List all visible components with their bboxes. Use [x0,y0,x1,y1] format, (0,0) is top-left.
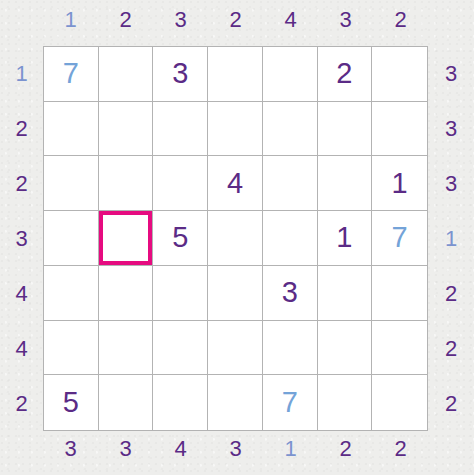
clue-top-col7: 2 [373,0,428,46]
skyscrapers-board: 73241517357 [43,46,428,431]
cell-r4c2[interactable] [99,211,154,266]
cell-r6c1[interactable] [44,321,99,376]
clue-right-row5: 2 [428,266,474,321]
cell-r4c4[interactable] [208,211,263,266]
clue-top-col1: 1 [43,0,98,46]
cell-r2c7[interactable] [372,102,427,157]
player-number: 7 [63,59,79,88]
cell-r4c1[interactable] [44,211,99,266]
clue-top-col5: 4 [263,0,318,46]
cell-r2c6[interactable] [318,102,373,157]
cell-r1c7[interactable] [372,47,427,102]
clue-top-col3: 3 [153,0,208,46]
skyscrapers-puzzle-app: 1232432 3343122 1223442 3331222 73241517… [0,0,474,475]
cell-r2c1[interactable] [44,102,99,157]
cell-r7c6[interactable] [318,375,373,430]
clue-bottom-col7: 2 [373,427,428,471]
cell-r2c3[interactable] [153,102,208,157]
cell-r1c2[interactable] [99,47,154,102]
cell-r6c6[interactable] [318,321,373,376]
player-number: 7 [282,388,298,417]
cell-r5c1[interactable] [44,266,99,321]
clue-right-row7: 2 [428,376,474,431]
cell-r1c4[interactable] [208,47,263,102]
clue-right-row3: 3 [428,156,474,211]
given-number: 2 [336,59,352,88]
cell-r3c3[interactable] [153,156,208,211]
cell-r3c5[interactable] [263,156,318,211]
clue-top-col4: 2 [208,0,263,46]
clue-right-row6: 2 [428,321,474,376]
cell-r1c5[interactable] [263,47,318,102]
clue-left-row1: 1 [0,46,43,101]
cell-r1c6[interactable]: 2 [318,47,373,102]
cell-r5c6[interactable] [318,266,373,321]
clue-bottom-col4: 3 [208,427,263,471]
cell-r5c4[interactable] [208,266,263,321]
bottom-clues: 3343122 [43,431,428,475]
player-number: 7 [392,223,408,252]
cell-r5c3[interactable] [153,266,208,321]
cell-r6c3[interactable] [153,321,208,376]
clue-bottom-col6: 2 [318,427,373,471]
cell-r3c7[interactable]: 1 [372,156,427,211]
cell-r4c5[interactable] [263,211,318,266]
cell-r3c6[interactable] [318,156,373,211]
cell-r6c7[interactable] [372,321,427,376]
right-clues: 3331222 [428,46,474,431]
clue-left-row4: 3 [0,211,43,266]
cell-r7c7[interactable] [372,375,427,430]
given-number: 3 [172,59,188,88]
given-number: 5 [172,223,188,252]
clue-left-row5: 4 [0,266,43,321]
top-clues: 1232432 [43,0,428,46]
cell-r4c3[interactable]: 5 [153,211,208,266]
given-number: 5 [63,388,79,417]
given-number: 3 [282,278,298,307]
given-number: 1 [336,223,352,252]
cell-r7c2[interactable] [99,375,154,430]
cell-r5c7[interactable] [372,266,427,321]
cell-r6c5[interactable] [263,321,318,376]
clue-left-row7: 2 [0,376,43,431]
clue-right-row4: 1 [428,211,474,266]
cell-r7c4[interactable] [208,375,263,430]
given-number: 1 [392,169,408,198]
clue-right-row1: 3 [428,46,474,101]
cell-r3c2[interactable] [99,156,154,211]
cell-r4c7[interactable]: 7 [372,211,427,266]
clue-right-row2: 3 [428,101,474,156]
cell-r1c1[interactable]: 7 [44,47,99,102]
clue-bottom-col1: 3 [43,427,98,471]
cell-r5c5[interactable]: 3 [263,266,318,321]
clue-top-col2: 2 [98,0,153,46]
cell-r7c1[interactable]: 5 [44,375,99,430]
clue-left-row6: 4 [0,321,43,376]
cell-r3c4[interactable]: 4 [208,156,263,211]
cell-r2c5[interactable] [263,102,318,157]
cell-r3c1[interactable] [44,156,99,211]
cell-r6c2[interactable] [99,321,154,376]
cell-r5c2[interactable] [99,266,154,321]
cell-r7c5[interactable]: 7 [263,375,318,430]
clue-left-row3: 2 [0,156,43,211]
clue-top-col6: 3 [318,0,373,46]
clue-left-row2: 2 [0,101,43,156]
clue-bottom-col2: 3 [98,427,153,471]
clue-bottom-col3: 4 [153,427,208,471]
cell-r2c4[interactable] [208,102,263,157]
cell-r1c3[interactable]: 3 [153,47,208,102]
cell-r7c3[interactable] [153,375,208,430]
clue-bottom-col5: 1 [263,427,318,471]
given-number: 4 [227,169,243,198]
left-clues: 1223442 [0,46,43,431]
cell-r2c2[interactable] [99,102,154,157]
cell-r4c6[interactable]: 1 [318,211,373,266]
cell-r6c4[interactable] [208,321,263,376]
